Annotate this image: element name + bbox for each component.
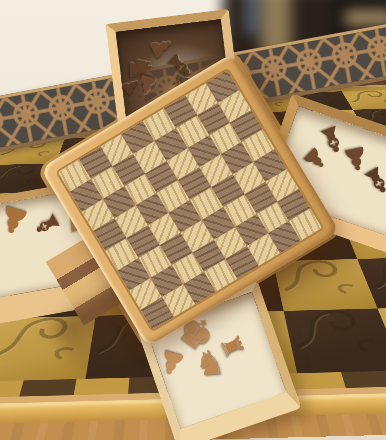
chess-piece-bottom-drawer: ♟ (155, 345, 189, 381)
blurred-blue-shape (245, 0, 258, 34)
chess-piece-left-tray: ♝ (28, 206, 67, 244)
photo-wooden-chess-set: ♝♟♝♟ ♟♝♟♞♟ ♞♟♝♟♜♟ ♚♞♜♟ (0, 0, 386, 440)
chess-piece-bottom-drawer: ♜ (216, 330, 249, 362)
blurred-tan-shape (345, 10, 386, 26)
